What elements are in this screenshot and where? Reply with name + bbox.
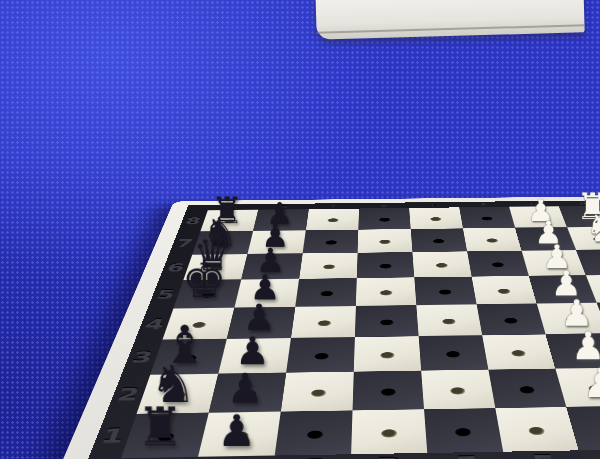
square-d8[interactable] — [358, 208, 410, 230]
peg-hole — [379, 240, 391, 244]
peg-hole — [381, 352, 395, 359]
board-frame: ABCDEFGH 87654321 ABCDEFGH ♜♟♟♜♞♟♟♞♛♟♟♝♚… — [79, 200, 600, 459]
file-label-top-d: D — [359, 202, 409, 208]
peg-hole — [450, 387, 466, 395]
peg-hole — [380, 264, 392, 269]
square-e7[interactable] — [411, 228, 467, 252]
square-d7[interactable] — [358, 229, 413, 253]
peg-hole — [328, 218, 339, 222]
travel-case-base: ABCDEFGH 87654321 ABCDEFGH ♜♟♟♜♞♟♟♞♛♟♟♝♚… — [47, 196, 600, 459]
square-c8[interactable] — [306, 209, 359, 231]
square-e8[interactable] — [409, 207, 463, 229]
peg-hole — [433, 239, 445, 243]
black-pawn-b2[interactable]: ♟ — [227, 368, 264, 409]
file-label-f: F — [503, 450, 585, 459]
file-label-top-a: A — [208, 204, 260, 210]
square-a1[interactable]: ♜ — [121, 413, 209, 458]
square-d1[interactable] — [351, 409, 427, 454]
black-king-a5[interactable]: ♚ — [182, 255, 227, 305]
peg-hole — [446, 351, 461, 358]
file-label-top-c: C — [309, 203, 359, 209]
square-e4[interactable] — [416, 304, 482, 336]
square-f1[interactable] — [495, 407, 578, 452]
file-label-top-f: F — [458, 201, 509, 207]
square-f7[interactable] — [463, 228, 522, 252]
square-f4[interactable] — [477, 304, 546, 336]
square-e1[interactable] — [424, 408, 503, 453]
black-pawn-b1[interactable]: ♟ — [217, 409, 256, 453]
square-f6[interactable] — [467, 251, 529, 277]
square-e5[interactable] — [414, 277, 476, 306]
square-c5[interactable] — [295, 278, 357, 307]
peg-hole — [511, 350, 526, 357]
square-d3[interactable] — [354, 336, 421, 371]
square-c1[interactable] — [275, 410, 353, 455]
square-c3[interactable] — [286, 337, 355, 373]
square-f5[interactable] — [472, 276, 537, 305]
peg-hole — [519, 386, 535, 393]
peg-hole — [486, 238, 498, 242]
peg-hole — [381, 429, 397, 438]
peg-hole — [380, 290, 393, 295]
peg-hole — [504, 318, 519, 324]
peg-hole — [379, 218, 390, 222]
peg-hole — [497, 289, 511, 294]
peg-hole — [442, 319, 456, 325]
peg-hole — [380, 319, 393, 325]
square-c7[interactable] — [303, 230, 359, 254]
file-label-top-g: G — [508, 201, 559, 207]
scene: ABCDEFGH 87654321 ABCDEFGH ♜♟♟♜♞♟♟♞♛♟♟♝♚… — [0, 0, 600, 459]
peg-hole — [307, 430, 323, 439]
square-c2[interactable] — [281, 372, 354, 412]
file-label-g: G — [579, 449, 600, 459]
square-e6[interactable] — [412, 251, 471, 277]
peg-hole — [325, 240, 337, 244]
square-e2[interactable] — [421, 370, 495, 410]
file-label-e: E — [427, 452, 507, 459]
peg-hole — [318, 320, 332, 326]
square-d4[interactable] — [355, 305, 419, 337]
square-f2[interactable] — [488, 369, 566, 409]
chess-board: ♜♟♟♜♞♟♟♞♛♟♟♝♚♟♟♟♟♝♟♟♞♟♟♜♟ — [121, 206, 600, 458]
file-label-top-h: H — [557, 200, 600, 206]
peg-hole — [323, 264, 335, 269]
peg-hole — [430, 217, 441, 221]
white-bishop-h6[interactable]: ♝ — [594, 228, 600, 272]
peg-hole — [314, 353, 329, 360]
peg-hole — [455, 428, 472, 436]
square-e3[interactable] — [419, 335, 489, 370]
peg-hole — [528, 427, 546, 435]
peg-hole — [311, 389, 326, 397]
square-b1[interactable]: ♟ — [198, 412, 281, 457]
black-rook-a1[interactable]: ♜ — [136, 400, 184, 453]
peg-hole — [320, 291, 333, 296]
file-label-top-b: B — [258, 204, 309, 210]
peg-hole — [491, 262, 504, 267]
square-f3[interactable] — [482, 334, 555, 369]
peg-hole — [381, 388, 396, 396]
peg-hole — [439, 289, 452, 294]
square-d6[interactable] — [357, 252, 415, 278]
file-label-top-e: E — [409, 202, 459, 208]
square-c4[interactable] — [291, 306, 356, 338]
square-d5[interactable] — [356, 277, 416, 306]
square-f8[interactable] — [459, 207, 515, 229]
square-c6[interactable] — [299, 253, 357, 279]
square-d2[interactable] — [353, 371, 425, 411]
white-pawn-g2[interactable]: ♟ — [583, 362, 600, 403]
peg-hole — [481, 216, 493, 220]
peg-hole — [436, 263, 449, 268]
square-a5[interactable]: ♚ — [173, 280, 241, 309]
